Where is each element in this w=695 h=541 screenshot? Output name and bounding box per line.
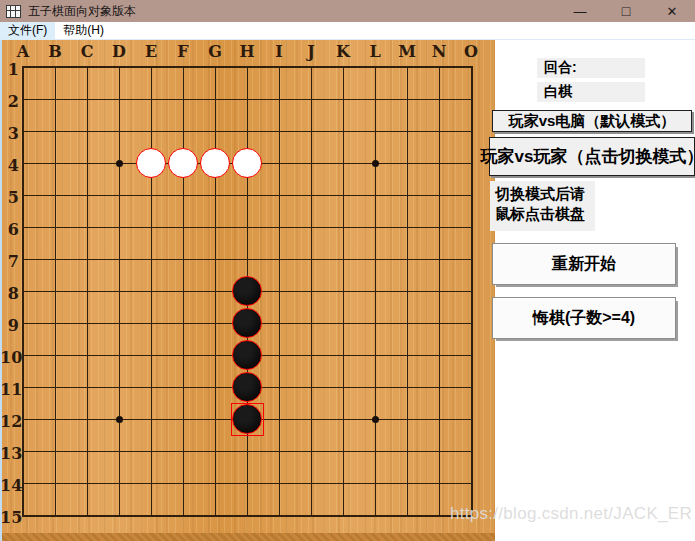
row-label-1: 1 [0, 62, 19, 78]
title-bar: 五子棋面向对象版本 — □ ✕ [0, 0, 695, 22]
star-point-D12 [116, 416, 123, 423]
close-button[interactable]: ✕ [649, 0, 695, 22]
board-bottom-shadow [0, 533, 497, 541]
menu-help[interactable]: 帮助(H) [55, 22, 112, 39]
mode-player-vs-player-button[interactable]: 玩家vs玩家（点击切换模式） [489, 137, 695, 176]
row-label-8: 8 [0, 286, 19, 302]
menu-file[interactable]: 文件(F) [0, 22, 55, 39]
window-title: 五子棋面向对象版本 [28, 3, 136, 20]
maximize-button[interactable]: □ [603, 0, 649, 22]
hint-line-2: 鼠标点击棋盘 [495, 204, 595, 224]
row-label-7: 7 [0, 254, 19, 270]
column-label-F: F [173, 42, 193, 61]
white-stone-F4 [168, 148, 198, 178]
column-label-E: E [141, 42, 161, 61]
white-stone-G4 [200, 148, 230, 178]
column-label-B: B [45, 42, 65, 61]
column-label-I: I [269, 42, 289, 61]
board[interactable]: ABCDEFGHIJKLMNO123456789101112131415 [0, 40, 497, 541]
column-label-D: D [109, 42, 129, 61]
column-label-G: G [205, 42, 225, 61]
window-left-edge [0, 40, 2, 541]
minimize-button[interactable]: — [557, 0, 603, 22]
column-label-K: K [333, 42, 353, 61]
menu-bar: 文件(F) 帮助(H) [0, 22, 695, 40]
turn-label: 回合: [537, 58, 645, 78]
row-label-2: 2 [0, 94, 19, 110]
star-point-L4 [372, 160, 379, 167]
undo-button[interactable]: 悔棋(子数>=4) [492, 297, 676, 339]
window-controls: — □ ✕ [557, 0, 695, 22]
row-label-15: 15 [0, 510, 19, 526]
side-panel: 回合: 白棋 玩家vs电脑（默认模式） 玩家vs玩家（点击切换模式） 切换模式后… [495, 40, 695, 541]
black-stone-H11 [232, 372, 262, 402]
watermark: https://blog.csdn.net/JACK_ER [450, 504, 692, 524]
column-label-M: M [397, 42, 417, 61]
mode-player-vs-computer-button[interactable]: 玩家vs电脑（默认模式） [492, 110, 692, 132]
row-label-3: 3 [0, 126, 19, 142]
black-stone-H10 [232, 340, 262, 370]
star-point-D4 [116, 160, 123, 167]
row-label-6: 6 [0, 222, 19, 238]
column-label-O: O [461, 42, 481, 61]
column-label-L: L [365, 42, 385, 61]
hint-line-1: 切换模式后请 [495, 184, 595, 204]
black-stone-H8 [232, 276, 262, 306]
mode-switch-hint: 切换模式后请 鼠标点击棋盘 [490, 181, 595, 231]
row-label-13: 13 [0, 446, 19, 462]
star-point-L12 [372, 416, 379, 423]
row-label-5: 5 [0, 190, 19, 206]
column-label-J: J [301, 42, 321, 61]
last-move-marker-H12 [231, 403, 264, 436]
row-label-9: 9 [0, 318, 19, 334]
white-stone-H4 [232, 148, 262, 178]
column-label-H: H [237, 42, 257, 61]
black-stone-H9 [232, 308, 262, 338]
row-label-10: 10 [0, 350, 19, 366]
row-label-11: 11 [0, 382, 19, 398]
row-label-14: 14 [0, 478, 19, 494]
row-label-4: 4 [0, 158, 19, 174]
app-icon [6, 5, 21, 18]
row-label-12: 12 [0, 414, 19, 430]
column-label-C: C [77, 42, 97, 61]
restart-button[interactable]: 重新开始 [492, 243, 676, 285]
turn-value-label: 白棋 [537, 82, 645, 102]
white-stone-E4 [136, 148, 166, 178]
column-label-N: N [429, 42, 449, 61]
column-label-A: A [13, 42, 33, 61]
